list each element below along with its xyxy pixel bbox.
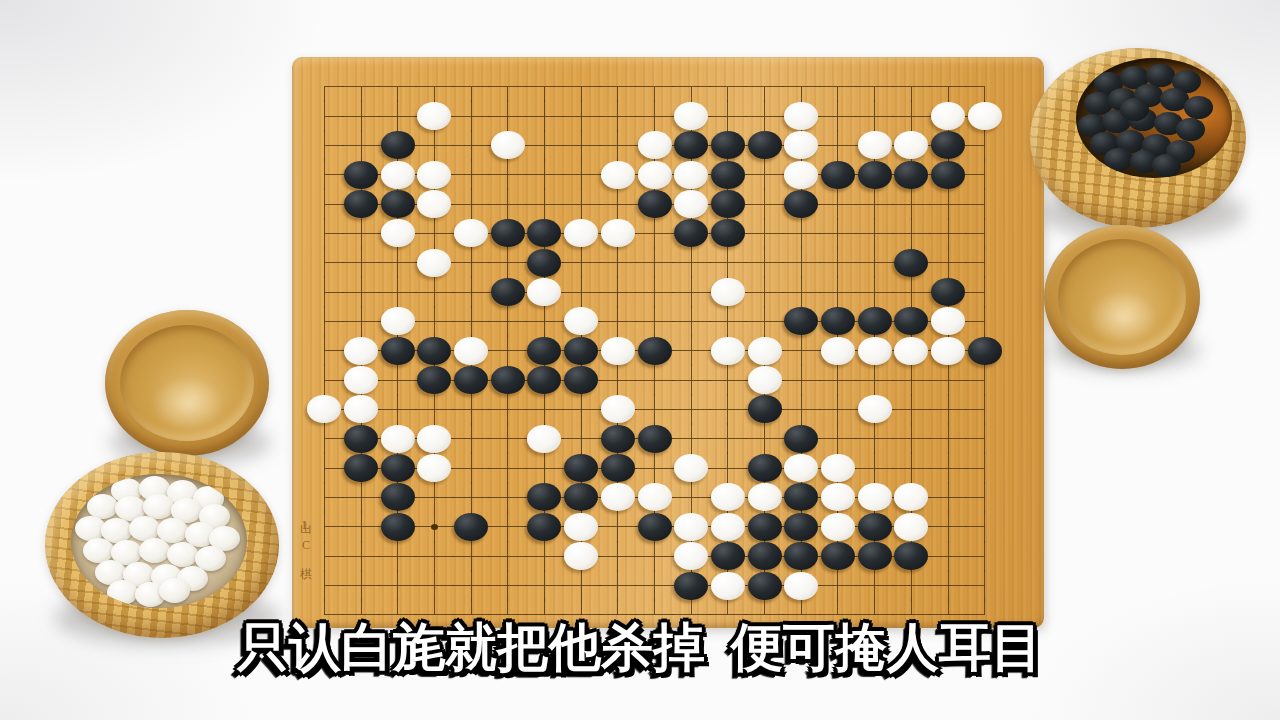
intersection-b9[interactable] xyxy=(343,365,380,394)
intersection-g12[interactable] xyxy=(526,277,563,306)
white-stone[interactable] xyxy=(674,542,708,570)
white-stone[interactable] xyxy=(711,483,745,511)
intersection-c8[interactable] xyxy=(379,395,416,424)
intersection-s11[interactable] xyxy=(966,307,1003,336)
intersection-r15[interactable] xyxy=(930,189,967,218)
black-stone[interactable] xyxy=(344,190,378,218)
intersection-m3[interactable] xyxy=(746,542,783,571)
intersection-q8[interactable] xyxy=(893,395,930,424)
intersection-k16[interactable] xyxy=(673,160,710,189)
intersection-p10[interactable] xyxy=(856,336,893,365)
intersection-g9[interactable] xyxy=(526,365,563,394)
intersection-k4[interactable] xyxy=(673,512,710,541)
intersection-j18[interactable] xyxy=(636,101,673,130)
intersection-m12[interactable] xyxy=(746,277,783,306)
intersection-f10[interactable] xyxy=(489,336,526,365)
intersection-l18[interactable] xyxy=(710,101,747,130)
intersection-n17[interactable] xyxy=(783,131,820,160)
intersection-g10[interactable] xyxy=(526,336,563,365)
intersection-s12[interactable] xyxy=(966,277,1003,306)
white-stone[interactable] xyxy=(601,161,635,189)
black-stone[interactable] xyxy=(344,454,378,482)
intersection-n10[interactable] xyxy=(783,336,820,365)
intersection-f13[interactable] xyxy=(489,248,526,277)
intersection-d9[interactable] xyxy=(416,365,453,394)
intersection-d11[interactable] xyxy=(416,307,453,336)
intersection-c9[interactable] xyxy=(379,365,416,394)
white-stone[interactable] xyxy=(527,278,561,306)
intersection-o17[interactable] xyxy=(820,131,857,160)
black-stone[interactable] xyxy=(894,307,928,335)
intersection-d16[interactable] xyxy=(416,160,453,189)
intersection-n4[interactable] xyxy=(783,512,820,541)
black-stone[interactable] xyxy=(748,513,782,541)
intersection-m4[interactable] xyxy=(746,512,783,541)
intersection-g18[interactable] xyxy=(526,101,563,130)
white-stone[interactable] xyxy=(894,131,928,159)
intersection-p9[interactable] xyxy=(856,365,893,394)
intersection-p11[interactable] xyxy=(856,307,893,336)
intersection-k15[interactable] xyxy=(673,189,710,218)
white-stone[interactable] xyxy=(307,395,341,423)
intersection-l19[interactable] xyxy=(710,72,747,101)
intersection-b3[interactable] xyxy=(343,542,380,571)
white-stone[interactable] xyxy=(674,161,708,189)
white-stone[interactable] xyxy=(674,454,708,482)
intersection-o5[interactable] xyxy=(820,483,857,512)
intersection-n16[interactable] xyxy=(783,160,820,189)
intersection-l10[interactable] xyxy=(710,336,747,365)
intersection-r14[interactable] xyxy=(930,219,967,248)
intersection-k5[interactable] xyxy=(673,483,710,512)
black-stone[interactable] xyxy=(601,454,635,482)
intersection-a11[interactable] xyxy=(306,307,343,336)
black-stone[interactable] xyxy=(711,131,745,159)
intersection-k17[interactable] xyxy=(673,131,710,160)
intersection-o6[interactable] xyxy=(820,453,857,482)
intersection-h4[interactable] xyxy=(563,512,600,541)
intersection-e13[interactable] xyxy=(453,248,490,277)
black-stone[interactable] xyxy=(344,425,378,453)
white-stone[interactable] xyxy=(417,425,451,453)
intersection-p2[interactable] xyxy=(856,571,893,600)
black-stone[interactable] xyxy=(381,513,415,541)
intersection-i12[interactable] xyxy=(600,277,637,306)
white-stone[interactable] xyxy=(417,454,451,482)
black-stone[interactable] xyxy=(784,542,818,570)
black-stone[interactable] xyxy=(894,249,928,277)
intersection-g8[interactable] xyxy=(526,395,563,424)
intersection-q6[interactable] xyxy=(893,453,930,482)
intersection-h11[interactable] xyxy=(563,307,600,336)
white-stone[interactable] xyxy=(638,161,672,189)
intersection-m17[interactable] xyxy=(746,131,783,160)
intersection-d4[interactable] xyxy=(416,512,453,541)
intersection-i7[interactable] xyxy=(600,424,637,453)
intersection-f2[interactable] xyxy=(489,571,526,600)
intersection-d12[interactable] xyxy=(416,277,453,306)
intersection-f17[interactable] xyxy=(489,131,526,160)
intersection-m8[interactable] xyxy=(746,395,783,424)
intersection-o16[interactable] xyxy=(820,160,857,189)
black-stone[interactable] xyxy=(931,278,965,306)
white-stone[interactable] xyxy=(527,425,561,453)
intersection-j15[interactable] xyxy=(636,189,673,218)
white-stone[interactable] xyxy=(931,337,965,365)
intersection-q18[interactable] xyxy=(893,101,930,130)
intersection-i11[interactable] xyxy=(600,307,637,336)
intersection-l12[interactable] xyxy=(710,277,747,306)
intersection-b2[interactable] xyxy=(343,571,380,600)
intersection-k2[interactable] xyxy=(673,571,710,600)
black-stone[interactable] xyxy=(784,425,818,453)
intersection-r4[interactable] xyxy=(930,512,967,541)
black-stone[interactable] xyxy=(894,542,928,570)
intersection-d13[interactable] xyxy=(416,248,453,277)
intersection-e12[interactable] xyxy=(453,277,490,306)
intersection-m9[interactable] xyxy=(746,365,783,394)
intersection-o2[interactable] xyxy=(820,571,857,600)
black-stone[interactable] xyxy=(748,131,782,159)
intersection-n12[interactable] xyxy=(783,277,820,306)
black-stone[interactable] xyxy=(417,337,451,365)
intersection-p15[interactable] xyxy=(856,189,893,218)
intersection-m18[interactable] xyxy=(746,101,783,130)
intersection-b18[interactable] xyxy=(343,101,380,130)
intersection-a13[interactable] xyxy=(306,248,343,277)
intersection-k12[interactable] xyxy=(673,277,710,306)
intersection-q10[interactable] xyxy=(893,336,930,365)
intersection-c13[interactable] xyxy=(379,248,416,277)
intersection-d5[interactable] xyxy=(416,483,453,512)
intersection-h18[interactable] xyxy=(563,101,600,130)
intersection-l16[interactable] xyxy=(710,160,747,189)
intersection-r7[interactable] xyxy=(930,424,967,453)
white-stone[interactable] xyxy=(894,513,928,541)
intersection-m14[interactable] xyxy=(746,219,783,248)
intersection-a14[interactable] xyxy=(306,219,343,248)
white-stone[interactable] xyxy=(894,483,928,511)
black-stone[interactable] xyxy=(638,513,672,541)
black-stone[interactable] xyxy=(454,366,488,394)
intersection-h15[interactable] xyxy=(563,189,600,218)
intersection-a16[interactable] xyxy=(306,160,343,189)
intersection-q5[interactable] xyxy=(893,483,930,512)
intersection-s5[interactable] xyxy=(966,483,1003,512)
intersection-j11[interactable] xyxy=(636,307,673,336)
intersection-e16[interactable] xyxy=(453,160,490,189)
black-stone[interactable] xyxy=(527,366,561,394)
intersection-n9[interactable] xyxy=(783,365,820,394)
intersection-s13[interactable] xyxy=(966,248,1003,277)
intersection-k14[interactable] xyxy=(673,219,710,248)
white-stone[interactable] xyxy=(381,307,415,335)
intersection-f12[interactable] xyxy=(489,277,526,306)
intersection-s17[interactable] xyxy=(966,131,1003,160)
intersection-j2[interactable] xyxy=(636,571,673,600)
black-stone[interactable] xyxy=(381,454,415,482)
black-stone[interactable] xyxy=(564,454,598,482)
intersection-j3[interactable] xyxy=(636,542,673,571)
intersection-p18[interactable] xyxy=(856,101,893,130)
black-stone[interactable] xyxy=(858,542,892,570)
intersection-r17[interactable] xyxy=(930,131,967,160)
white-stone[interactable] xyxy=(931,102,965,130)
intersection-e3[interactable] xyxy=(453,542,490,571)
intersection-b12[interactable] xyxy=(343,277,380,306)
white-stone[interactable] xyxy=(674,102,708,130)
intersection-b10[interactable] xyxy=(343,336,380,365)
intersection-l9[interactable] xyxy=(710,365,747,394)
intersection-g5[interactable] xyxy=(526,483,563,512)
intersection-s2[interactable] xyxy=(966,571,1003,600)
white-stone[interactable] xyxy=(564,513,598,541)
intersection-h3[interactable] xyxy=(563,542,600,571)
black-stone[interactable] xyxy=(454,513,488,541)
intersection-l3[interactable] xyxy=(710,542,747,571)
intersection-g4[interactable] xyxy=(526,512,563,541)
intersection-c6[interactable] xyxy=(379,453,416,482)
intersection-d8[interactable] xyxy=(416,395,453,424)
intersection-d7[interactable] xyxy=(416,424,453,453)
intersection-f8[interactable] xyxy=(489,395,526,424)
white-stone[interactable] xyxy=(417,190,451,218)
white-stone[interactable] xyxy=(491,131,525,159)
intersection-b19[interactable] xyxy=(343,72,380,101)
black-stone[interactable] xyxy=(564,366,598,394)
intersection-o3[interactable] xyxy=(820,542,857,571)
intersection-q7[interactable] xyxy=(893,424,930,453)
intersection-q19[interactable] xyxy=(893,72,930,101)
intersection-s8[interactable] xyxy=(966,395,1003,424)
intersection-e2[interactable] xyxy=(453,571,490,600)
black-stone[interactable] xyxy=(821,161,855,189)
intersection-p12[interactable] xyxy=(856,277,893,306)
intersection-s14[interactable] xyxy=(966,219,1003,248)
white-stone[interactable] xyxy=(821,483,855,511)
intersection-g7[interactable] xyxy=(526,424,563,453)
intersection-p3[interactable] xyxy=(856,542,893,571)
intersection-l5[interactable] xyxy=(710,483,747,512)
intersection-r8[interactable] xyxy=(930,395,967,424)
black-stone[interactable] xyxy=(748,572,782,600)
intersection-b15[interactable] xyxy=(343,189,380,218)
intersection-l11[interactable] xyxy=(710,307,747,336)
intersection-c16[interactable] xyxy=(379,160,416,189)
intersection-f18[interactable] xyxy=(489,101,526,130)
white-stone[interactable] xyxy=(894,337,928,365)
black-stone[interactable] xyxy=(527,483,561,511)
intersection-e11[interactable] xyxy=(453,307,490,336)
intersection-h7[interactable] xyxy=(563,424,600,453)
intersection-a9[interactable] xyxy=(306,365,343,394)
intersection-s16[interactable] xyxy=(966,160,1003,189)
black-stone[interactable] xyxy=(968,337,1002,365)
white-stone[interactable] xyxy=(711,337,745,365)
intersection-f14[interactable] xyxy=(489,219,526,248)
intersection-o9[interactable] xyxy=(820,365,857,394)
black-stone[interactable] xyxy=(527,219,561,247)
black-stone[interactable] xyxy=(417,366,451,394)
intersection-r16[interactable] xyxy=(930,160,967,189)
intersection-h2[interactable] xyxy=(563,571,600,600)
intersection-j10[interactable] xyxy=(636,336,673,365)
intersection-q9[interactable] xyxy=(893,365,930,394)
intersection-s9[interactable] xyxy=(966,365,1003,394)
intersection-s3[interactable] xyxy=(966,542,1003,571)
intersection-j13[interactable] xyxy=(636,248,673,277)
intersection-a17[interactable] xyxy=(306,131,343,160)
intersection-d17[interactable] xyxy=(416,131,453,160)
intersection-d14[interactable] xyxy=(416,219,453,248)
white-stone[interactable] xyxy=(784,572,818,600)
intersection-d2[interactable] xyxy=(416,571,453,600)
intersection-c10[interactable] xyxy=(379,336,416,365)
intersection-a19[interactable] xyxy=(306,72,343,101)
white-stone[interactable] xyxy=(638,131,672,159)
intersection-d18[interactable] xyxy=(416,101,453,130)
black-stone[interactable] xyxy=(894,161,928,189)
intersection-c18[interactable] xyxy=(379,101,416,130)
intersection-l7[interactable] xyxy=(710,424,747,453)
black-stone[interactable] xyxy=(381,337,415,365)
black-stone[interactable] xyxy=(711,219,745,247)
intersection-c4[interactable] xyxy=(379,512,416,541)
intersection-i3[interactable] xyxy=(600,542,637,571)
intersection-n5[interactable] xyxy=(783,483,820,512)
white-stone[interactable] xyxy=(821,513,855,541)
intersection-r11[interactable] xyxy=(930,307,967,336)
intersection-k9[interactable] xyxy=(673,365,710,394)
white-stone[interactable] xyxy=(417,161,451,189)
intersection-n18[interactable] xyxy=(783,101,820,130)
white-stone[interactable] xyxy=(711,572,745,600)
intersection-i10[interactable] xyxy=(600,336,637,365)
intersection-f5[interactable] xyxy=(489,483,526,512)
intersection-s19[interactable] xyxy=(966,72,1003,101)
intersection-a10[interactable] xyxy=(306,336,343,365)
white-stone[interactable] xyxy=(454,219,488,247)
intersection-c3[interactable] xyxy=(379,542,416,571)
intersection-l8[interactable] xyxy=(710,395,747,424)
intersection-g3[interactable] xyxy=(526,542,563,571)
black-stone[interactable] xyxy=(381,483,415,511)
intersection-q14[interactable] xyxy=(893,219,930,248)
intersection-i13[interactable] xyxy=(600,248,637,277)
black-stone[interactable] xyxy=(711,190,745,218)
white-stone[interactable] xyxy=(344,366,378,394)
intersection-n14[interactable] xyxy=(783,219,820,248)
white-stone[interactable] xyxy=(601,395,635,423)
white-stone[interactable] xyxy=(711,513,745,541)
intersection-j7[interactable] xyxy=(636,424,673,453)
intersection-a12[interactable] xyxy=(306,277,343,306)
white-stone[interactable] xyxy=(601,219,635,247)
intersection-e14[interactable] xyxy=(453,219,490,248)
white-stone[interactable] xyxy=(674,513,708,541)
intersection-c17[interactable] xyxy=(379,131,416,160)
intersection-q3[interactable] xyxy=(893,542,930,571)
intersection-a15[interactable] xyxy=(306,189,343,218)
intersection-i4[interactable] xyxy=(600,512,637,541)
intersection-e19[interactable] xyxy=(453,72,490,101)
intersection-e8[interactable] xyxy=(453,395,490,424)
intersection-h19[interactable] xyxy=(563,72,600,101)
intersection-k13[interactable] xyxy=(673,248,710,277)
white-stone[interactable] xyxy=(858,395,892,423)
intersection-r3[interactable] xyxy=(930,542,967,571)
intersection-q12[interactable] xyxy=(893,277,930,306)
intersection-g16[interactable] xyxy=(526,160,563,189)
intersection-c5[interactable] xyxy=(379,483,416,512)
intersection-a18[interactable] xyxy=(306,101,343,130)
intersection-c11[interactable] xyxy=(379,307,416,336)
intersection-m16[interactable] xyxy=(746,160,783,189)
intersection-q4[interactable] xyxy=(893,512,930,541)
intersection-e9[interactable] xyxy=(453,365,490,394)
intersection-h10[interactable] xyxy=(563,336,600,365)
intersection-i2[interactable] xyxy=(600,571,637,600)
intersection-b5[interactable] xyxy=(343,483,380,512)
intersection-p6[interactable] xyxy=(856,453,893,482)
black-stone[interactable] xyxy=(784,190,818,218)
intersection-h12[interactable] xyxy=(563,277,600,306)
intersection-j6[interactable] xyxy=(636,453,673,482)
intersection-o7[interactable] xyxy=(820,424,857,453)
intersection-e10[interactable] xyxy=(453,336,490,365)
intersection-q13[interactable] xyxy=(893,248,930,277)
intersection-c15[interactable] xyxy=(379,189,416,218)
intersection-o15[interactable] xyxy=(820,189,857,218)
intersection-g11[interactable] xyxy=(526,307,563,336)
intersection-f4[interactable] xyxy=(489,512,526,541)
intersection-b6[interactable] xyxy=(343,453,380,482)
intersection-n3[interactable] xyxy=(783,542,820,571)
intersection-b16[interactable] xyxy=(343,160,380,189)
intersection-r13[interactable] xyxy=(930,248,967,277)
intersection-h9[interactable] xyxy=(563,365,600,394)
white-stone[interactable] xyxy=(968,102,1002,130)
intersection-s4[interactable] xyxy=(966,512,1003,541)
intersection-p13[interactable] xyxy=(856,248,893,277)
intersection-m10[interactable] xyxy=(746,336,783,365)
white-stone[interactable] xyxy=(784,454,818,482)
intersection-e7[interactable] xyxy=(453,424,490,453)
intersection-c12[interactable] xyxy=(379,277,416,306)
intersection-k18[interactable] xyxy=(673,101,710,130)
intersection-k7[interactable] xyxy=(673,424,710,453)
intersection-i19[interactable] xyxy=(600,72,637,101)
intersection-o19[interactable] xyxy=(820,72,857,101)
intersection-i14[interactable] xyxy=(600,219,637,248)
intersection-l15[interactable] xyxy=(710,189,747,218)
white-stone[interactable] xyxy=(454,337,488,365)
black-stone[interactable] xyxy=(858,161,892,189)
intersection-l4[interactable] xyxy=(710,512,747,541)
black-stone[interactable] xyxy=(711,161,745,189)
white-stone[interactable] xyxy=(381,219,415,247)
white-stone[interactable] xyxy=(564,542,598,570)
intersection-o8[interactable] xyxy=(820,395,857,424)
intersection-p5[interactable] xyxy=(856,483,893,512)
intersection-j5[interactable] xyxy=(636,483,673,512)
black-stone[interactable] xyxy=(931,131,965,159)
black-stone[interactable] xyxy=(858,513,892,541)
black-stone[interactable] xyxy=(491,366,525,394)
black-stone[interactable] xyxy=(344,161,378,189)
intersection-i15[interactable] xyxy=(600,189,637,218)
intersection-h6[interactable] xyxy=(563,453,600,482)
